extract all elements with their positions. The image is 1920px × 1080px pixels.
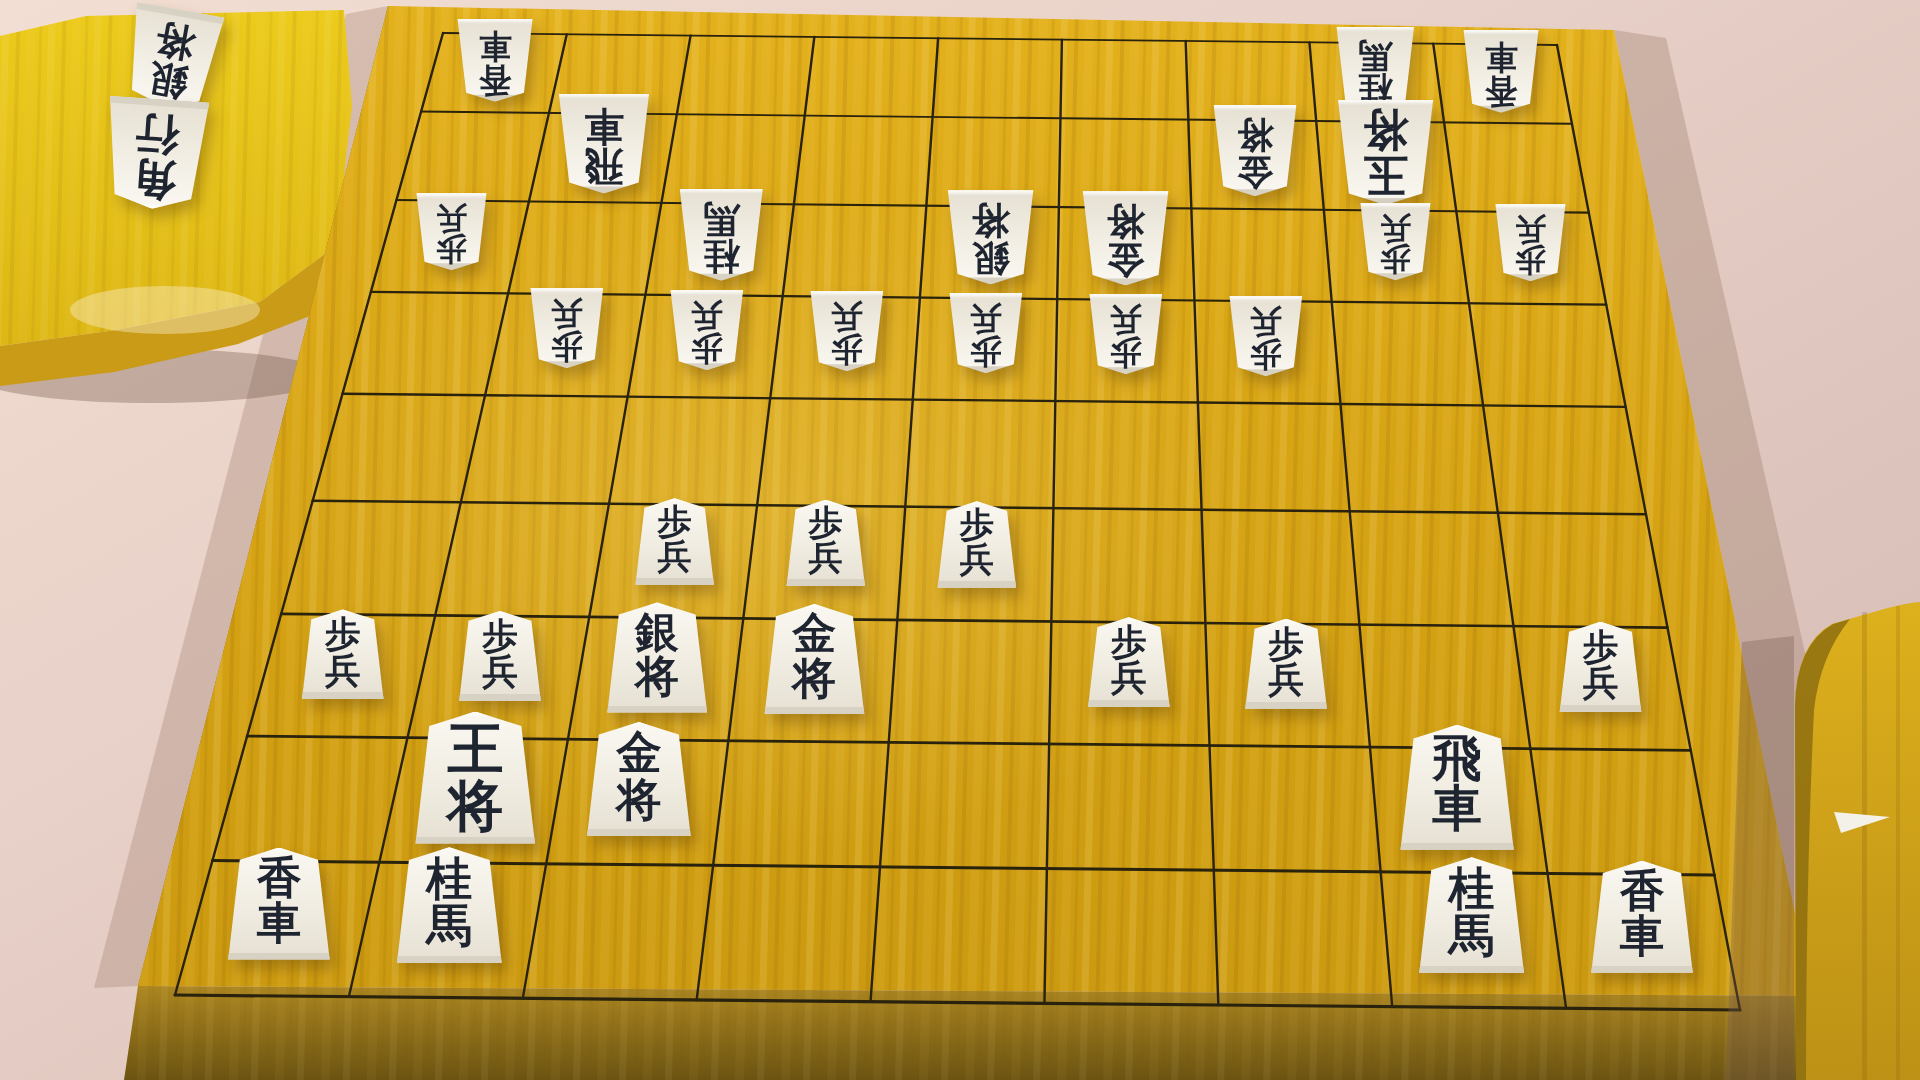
piece-face: 金将 xyxy=(1212,105,1298,196)
piece-face: 金将 xyxy=(1081,191,1170,285)
piece-kanji: 歩 xyxy=(482,617,518,653)
piece-kanji: 歩 xyxy=(1111,623,1147,659)
piece-face: 桂馬 xyxy=(395,847,504,963)
piece-kanji: 将 xyxy=(972,202,1009,240)
shogi-piece-knight-89[interactable]: 桂馬 xyxy=(395,847,504,963)
piece-face: 歩兵 xyxy=(669,290,745,370)
piece-kanji: 飛 xyxy=(1432,733,1482,784)
piece-face: 飛車 xyxy=(1398,725,1516,850)
piece-kanji: 車 xyxy=(479,29,512,62)
piece-face: 王将 xyxy=(413,712,537,844)
piece-kanji: 角 xyxy=(131,156,178,203)
piece-kanji: 金 xyxy=(1237,154,1273,191)
piece-kanji: 兵 xyxy=(1110,304,1142,336)
piece-kanji: 香 xyxy=(479,63,512,96)
piece-face: 歩兵 xyxy=(457,611,542,701)
shogi-piece-pawn-37[interactable]: 歩兵 xyxy=(1244,619,1329,709)
shogi-piece-pawn-84[interactable]: 歩兵 xyxy=(529,288,605,368)
piece-kanji: 兵 xyxy=(482,653,518,689)
shogi-piece-pawn-54[interactable]: 歩兵 xyxy=(948,293,1024,373)
piece-kanji: 馬 xyxy=(426,902,472,949)
piece-kanji: 馬 xyxy=(1449,912,1495,959)
piece-kanji: 歩 xyxy=(325,615,361,651)
piece-face: 歩兵 xyxy=(300,609,385,699)
piece-kanji: 玉 xyxy=(1363,152,1408,197)
shogi-piece-pawn-56[interactable]: 歩兵 xyxy=(936,501,1018,588)
piece-face: 香車 xyxy=(1462,30,1540,113)
shogi-piece-rook-82[interactable]: 飛車 xyxy=(557,94,651,194)
board-sheen xyxy=(240,190,1280,850)
shogi-piece-pawn-44[interactable]: 歩兵 xyxy=(1088,294,1164,374)
piece-face: 桂馬 xyxy=(1417,857,1526,973)
piece-face: 玉将 xyxy=(1336,100,1435,205)
piece-kanji: 馬 xyxy=(1359,38,1393,73)
piece-kanji: 将 xyxy=(793,656,837,700)
piece-face: 香車 xyxy=(226,848,332,960)
shogi-piece-gold-67[interactable]: 金将 xyxy=(762,604,866,714)
shogi-piece-pawn-97[interactable]: 歩兵 xyxy=(300,609,385,699)
piece-face: 歩兵 xyxy=(936,501,1018,588)
piece-kanji: 兵 xyxy=(1268,661,1304,697)
shogi-piece-pawn-64[interactable]: 歩兵 xyxy=(809,291,885,371)
piece-face: 飛車 xyxy=(557,94,651,194)
piece-kanji: 兵 xyxy=(1111,659,1147,695)
piece-kanji: 将 xyxy=(1363,107,1408,152)
shogi-piece-king-88[interactable]: 王将 xyxy=(413,712,537,844)
piece-kanji: 歩 xyxy=(1515,245,1546,276)
piece-kanji: 歩 xyxy=(960,507,994,542)
shogi-piece-lance-11[interactable]: 香車 xyxy=(1462,30,1540,113)
shogi-piece-knight-29[interactable]: 桂馬 xyxy=(1417,857,1526,973)
piece-kanji: 兵 xyxy=(831,301,863,333)
shogi-piece-gold-43[interactable]: 金将 xyxy=(1081,191,1170,285)
komadai-front-highlight xyxy=(70,286,260,334)
piece-kanji: 銀 xyxy=(635,610,679,654)
piece-kanji: 王 xyxy=(447,720,503,777)
right-komadai-grain-2 xyxy=(1896,606,1900,1080)
shogi-piece-pawn-93[interactable]: 歩兵 xyxy=(415,193,488,270)
piece-kanji: 香 xyxy=(1620,868,1664,913)
piece-kanji: 行 xyxy=(134,112,181,159)
piece-kanji: 兵 xyxy=(960,542,994,577)
shogi-piece-pawn-66[interactable]: 歩兵 xyxy=(785,500,867,587)
piece-kanji: 歩 xyxy=(436,234,467,265)
piece-face: 歩兵 xyxy=(1228,296,1304,376)
shogi-piece-gold-78[interactable]: 金将 xyxy=(585,722,693,837)
piece-kanji: 歩 xyxy=(1110,337,1142,369)
shogi-piece-lance-99[interactable]: 香車 xyxy=(226,848,332,960)
piece-kanji: 歩 xyxy=(551,331,583,363)
shogi-piece-pawn-76[interactable]: 歩兵 xyxy=(634,498,716,585)
piece-face: 歩兵 xyxy=(529,288,605,368)
shogi-piece-silver-53[interactable]: 銀将 xyxy=(946,190,1035,284)
piece-face: 歩兵 xyxy=(1494,204,1567,281)
piece-kanji: 香 xyxy=(257,855,301,900)
piece-kanji: 香 xyxy=(1485,74,1518,107)
piece-kanji: 金 xyxy=(793,611,837,655)
piece-face: 歩兵 xyxy=(1088,294,1164,374)
piece-face: 銀将 xyxy=(605,602,709,712)
piece-face: 歩兵 xyxy=(1558,622,1643,712)
piece-kanji: 将 xyxy=(1107,203,1144,241)
shogi-piece-pawn-34[interactable]: 歩兵 xyxy=(1228,296,1304,376)
shogi-piece-pawn-87[interactable]: 歩兵 xyxy=(457,611,542,701)
piece-kanji: 兵 xyxy=(551,298,583,330)
shogi-piece-pawn-74[interactable]: 歩兵 xyxy=(669,290,745,370)
shogi-piece-gold-32[interactable]: 金将 xyxy=(1212,105,1298,196)
piece-face: 香車 xyxy=(456,19,534,102)
shogi-piece-pawn-13[interactable]: 歩兵 xyxy=(1494,204,1567,281)
shogi-piece-king-22[interactable]: 玉将 xyxy=(1336,100,1435,205)
piece-kanji: 兵 xyxy=(809,540,843,575)
piece-kanji: 兵 xyxy=(691,300,723,332)
piece-kanji: 車 xyxy=(1485,40,1518,73)
piece-kanji: 歩 xyxy=(1583,628,1619,664)
piece-kanji: 兵 xyxy=(1583,664,1619,700)
piece-kanji: 金 xyxy=(1107,241,1144,279)
shogi-piece-pawn-23[interactable]: 歩兵 xyxy=(1359,203,1432,280)
piece-kanji: 兵 xyxy=(1515,214,1546,245)
piece-kanji: 将 xyxy=(616,776,661,822)
piece-face: 金将 xyxy=(762,604,866,714)
piece-kanji: 兵 xyxy=(1380,213,1411,244)
piece-face: 香車 xyxy=(1589,861,1695,973)
piece-face: 銀将 xyxy=(946,190,1035,284)
piece-kanji: 兵 xyxy=(436,203,467,234)
shogi-piece-rook-28[interactable]: 飛車 xyxy=(1398,725,1516,850)
piece-kanji: 歩 xyxy=(691,332,723,364)
piece-kanji: 将 xyxy=(635,654,679,698)
piece-face: 桂馬 xyxy=(678,189,764,281)
piece-kanji: 歩 xyxy=(1268,625,1304,661)
shogi-piece-silver-77[interactable]: 銀将 xyxy=(605,602,709,712)
right-komadai-grain-1 xyxy=(1862,612,1867,1080)
piece-kanji: 歩 xyxy=(970,335,1002,367)
piece-face: 歩兵 xyxy=(948,293,1024,373)
piece-kanji: 将 xyxy=(1237,117,1273,154)
piece-face: 歩兵 xyxy=(1086,617,1171,707)
piece-face: 歩兵 xyxy=(809,291,885,371)
piece-kanji: 歩 xyxy=(831,334,863,366)
piece-kanji: 車 xyxy=(257,900,301,945)
piece-face: 歩兵 xyxy=(1244,619,1329,709)
piece-kanji: 車 xyxy=(584,107,623,147)
shogi-piece-lance-91[interactable]: 香車 xyxy=(456,19,534,102)
piece-kanji: 金 xyxy=(616,729,661,775)
piece-kanji: 将 xyxy=(152,18,197,64)
piece-kanji: 歩 xyxy=(1250,338,1282,370)
piece-kanji: 歩 xyxy=(809,505,843,540)
piece-kanji: 兵 xyxy=(658,539,692,574)
piece-face: 銀将 xyxy=(118,1,226,113)
piece-kanji: 車 xyxy=(1620,913,1664,958)
board-front-grain xyxy=(124,986,1826,1080)
piece-kanji: 銀 xyxy=(972,240,1009,278)
shogi-piece-bishop-captured[interactable]: 角行 xyxy=(104,99,208,209)
piece-kanji: 桂 xyxy=(1449,865,1495,912)
piece-face: 歩兵 xyxy=(785,500,867,587)
piece-face: 歩兵 xyxy=(1359,203,1432,280)
shogi-piece-pawn-17[interactable]: 歩兵 xyxy=(1558,622,1643,712)
piece-kanji: 飛 xyxy=(584,147,623,187)
piece-kanji: 兵 xyxy=(970,303,1002,335)
shogi-piece-lance-19[interactable]: 香車 xyxy=(1589,861,1695,973)
piece-kanji: 兵 xyxy=(325,652,361,688)
shogi-piece-silver-captured[interactable]: 銀将 xyxy=(126,9,218,107)
shogi-piece-knight-73[interactable]: 桂馬 xyxy=(678,189,764,281)
piece-face: 歩兵 xyxy=(634,498,716,585)
piece-kanji: 歩 xyxy=(1380,244,1411,275)
piece-kanji: 桂 xyxy=(426,855,472,902)
shogi-photo-scene: 香車桂馬香車飛車金将玉将歩兵桂馬銀将金将歩兵歩兵歩兵歩兵歩兵歩兵歩兵歩兵歩兵歩兵… xyxy=(0,0,1920,1080)
piece-face: 角行 xyxy=(100,96,211,213)
piece-kanji: 桂 xyxy=(703,237,739,274)
piece-kanji: 将 xyxy=(447,777,503,834)
piece-face: 歩兵 xyxy=(415,193,488,270)
piece-kanji: 兵 xyxy=(1250,306,1282,338)
shogi-piece-pawn-47[interactable]: 歩兵 xyxy=(1086,617,1171,707)
piece-kanji: 歩 xyxy=(658,504,692,539)
piece-kanji: 馬 xyxy=(703,200,739,237)
piece-kanji: 車 xyxy=(1432,783,1482,834)
piece-face: 金将 xyxy=(585,722,693,837)
